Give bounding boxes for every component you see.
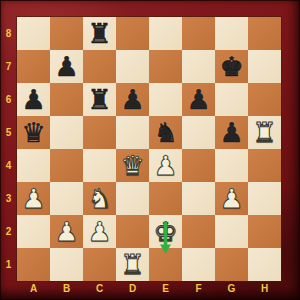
square-c2[interactable]: ♟: [83, 215, 116, 248]
square-g4[interactable]: [215, 149, 248, 182]
square-g7[interactable]: ♚: [215, 50, 248, 83]
square-b5[interactable]: [50, 116, 83, 149]
square-d6[interactable]: ♟: [116, 83, 149, 116]
rank-label-6: 6: [0, 83, 17, 116]
square-h4[interactable]: [248, 149, 281, 182]
file-label-F: F: [182, 281, 215, 297]
square-d4[interactable]: ♛: [116, 149, 149, 182]
square-d1[interactable]: ♜: [116, 248, 149, 281]
square-f2[interactable]: [182, 215, 215, 248]
piece-black-pawn[interactable]: ♟: [54, 50, 78, 83]
square-b8[interactable]: [50, 17, 83, 50]
piece-black-rook[interactable]: ♜: [87, 83, 111, 116]
square-e6[interactable]: [149, 83, 182, 116]
square-a4[interactable]: [17, 149, 50, 182]
square-g8[interactable]: [215, 17, 248, 50]
piece-white-rook[interactable]: ♜: [252, 116, 276, 149]
square-a2[interactable]: [17, 215, 50, 248]
chess-board: ♜♟♚♟♜♟♟♛♞♟♜♛♟♟♞♟♟♟♚♜: [17, 17, 281, 281]
file-label-A: A: [17, 281, 50, 297]
square-g5[interactable]: ♟: [215, 116, 248, 149]
square-e5[interactable]: ♞: [149, 116, 182, 149]
file-label-E: E: [149, 281, 182, 297]
square-e7[interactable]: [149, 50, 182, 83]
rank-label-7: 7: [0, 50, 17, 83]
piece-white-rook[interactable]: ♜: [120, 248, 144, 281]
square-g6[interactable]: [215, 83, 248, 116]
square-a7[interactable]: [17, 50, 50, 83]
square-f1[interactable]: [182, 248, 215, 281]
square-b3[interactable]: [50, 182, 83, 215]
square-c5[interactable]: [83, 116, 116, 149]
piece-white-pawn[interactable]: ♟: [21, 182, 45, 215]
square-f8[interactable]: [182, 17, 215, 50]
square-a3[interactable]: ♟: [17, 182, 50, 215]
square-h6[interactable]: [248, 83, 281, 116]
piece-white-pawn[interactable]: ♟: [219, 182, 243, 215]
piece-white-king[interactable]: ♚: [153, 215, 177, 248]
square-g2[interactable]: [215, 215, 248, 248]
square-d7[interactable]: [116, 50, 149, 83]
square-h5[interactable]: ♜: [248, 116, 281, 149]
piece-white-pawn[interactable]: ♟: [153, 149, 177, 182]
piece-black-pawn[interactable]: ♟: [219, 116, 243, 149]
square-a6[interactable]: ♟: [17, 83, 50, 116]
square-c4[interactable]: [83, 149, 116, 182]
square-b2[interactable]: ♟: [50, 215, 83, 248]
piece-black-king[interactable]: ♚: [219, 50, 243, 83]
square-c8[interactable]: ♜: [83, 17, 116, 50]
square-d5[interactable]: [116, 116, 149, 149]
square-c6[interactable]: ♜: [83, 83, 116, 116]
square-e4[interactable]: ♟: [149, 149, 182, 182]
rank-label-2: 2: [0, 215, 17, 248]
square-a1[interactable]: [17, 248, 50, 281]
square-h1[interactable]: [248, 248, 281, 281]
piece-black-pawn[interactable]: ♟: [186, 83, 210, 116]
piece-black-knight[interactable]: ♞: [153, 116, 177, 149]
piece-black-rook[interactable]: ♜: [87, 17, 111, 50]
square-h7[interactable]: [248, 50, 281, 83]
piece-white-queen[interactable]: ♛: [120, 149, 144, 182]
piece-black-pawn[interactable]: ♟: [21, 83, 45, 116]
rank-label-5: 5: [0, 116, 17, 149]
file-label-H: H: [248, 281, 281, 297]
square-c7[interactable]: [83, 50, 116, 83]
square-f6[interactable]: ♟: [182, 83, 215, 116]
square-f3[interactable]: [182, 182, 215, 215]
file-label-G: G: [215, 281, 248, 297]
square-g3[interactable]: ♟: [215, 182, 248, 215]
square-e8[interactable]: [149, 17, 182, 50]
square-c3[interactable]: ♞: [83, 182, 116, 215]
piece-black-queen[interactable]: ♛: [21, 116, 45, 149]
piece-black-pawn[interactable]: ♟: [120, 83, 144, 116]
square-f7[interactable]: [182, 50, 215, 83]
file-label-D: D: [116, 281, 149, 297]
rank-label-4: 4: [0, 149, 17, 182]
square-b7[interactable]: ♟: [50, 50, 83, 83]
square-h2[interactable]: [248, 215, 281, 248]
square-f5[interactable]: [182, 116, 215, 149]
square-d8[interactable]: [116, 17, 149, 50]
rank-label-8: 8: [0, 17, 17, 50]
square-h8[interactable]: [248, 17, 281, 50]
rank-label-3: 3: [0, 182, 17, 215]
square-e3[interactable]: [149, 182, 182, 215]
piece-white-pawn[interactable]: ♟: [87, 215, 111, 248]
square-b1[interactable]: [50, 248, 83, 281]
square-e1[interactable]: [149, 248, 182, 281]
square-g1[interactable]: [215, 248, 248, 281]
square-b6[interactable]: [50, 83, 83, 116]
file-label-B: B: [50, 281, 83, 297]
piece-white-pawn[interactable]: ♟: [54, 215, 78, 248]
square-a8[interactable]: [17, 17, 50, 50]
rank-label-1: 1: [0, 248, 17, 281]
square-e2[interactable]: ♚: [149, 215, 182, 248]
square-h3[interactable]: [248, 182, 281, 215]
square-b4[interactable]: [50, 149, 83, 182]
square-c1[interactable]: [83, 248, 116, 281]
square-a5[interactable]: ♛: [17, 116, 50, 149]
square-d3[interactable]: [116, 182, 149, 215]
piece-white-knight[interactable]: ♞: [87, 182, 111, 215]
chess-board-frame: ♜♟♚♟♜♟♟♛♞♟♜♛♟♟♞♟♟♟♚♜ 87654321ABCDEFGH: [0, 0, 300, 300]
square-f4[interactable]: [182, 149, 215, 182]
file-label-C: C: [83, 281, 116, 297]
square-d2[interactable]: [116, 215, 149, 248]
